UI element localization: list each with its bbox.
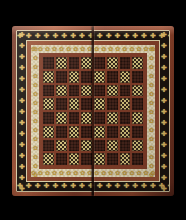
square-a8[interactable] bbox=[43, 57, 54, 69]
square-f7[interactable] bbox=[107, 71, 118, 83]
square-b5[interactable] bbox=[56, 98, 67, 110]
rosette_band-strip-right: ✿✿✿✿✿✿✿✿✿✿✿✿✿✿✿✿✿✿✿✿✿✿✿✿✿✿✿✿ bbox=[147, 45, 155, 177]
square-g2[interactable] bbox=[120, 140, 131, 152]
square-c7[interactable] bbox=[69, 71, 80, 83]
square-e8[interactable] bbox=[94, 57, 105, 69]
square-f5[interactable] bbox=[107, 98, 118, 110]
square-b6[interactable] bbox=[56, 85, 67, 97]
square-g5[interactable] bbox=[120, 98, 131, 110]
square-e5[interactable] bbox=[94, 98, 105, 110]
square-a5[interactable] bbox=[43, 98, 54, 110]
hinge-seam bbox=[92, 26, 94, 196]
square-h6[interactable] bbox=[132, 85, 143, 97]
square-c5[interactable] bbox=[69, 98, 80, 110]
square-a6[interactable] bbox=[43, 85, 54, 97]
square-e4[interactable] bbox=[94, 112, 105, 124]
square-g7[interactable] bbox=[120, 71, 131, 83]
square-b3[interactable] bbox=[56, 126, 67, 138]
square-e7[interactable] bbox=[94, 71, 105, 83]
square-h1[interactable] bbox=[132, 153, 143, 165]
square-a4[interactable] bbox=[43, 112, 54, 124]
square-b1[interactable] bbox=[56, 153, 67, 165]
square-b7[interactable] bbox=[56, 71, 67, 83]
square-d1[interactable] bbox=[81, 153, 92, 165]
square-d8[interactable] bbox=[81, 57, 92, 69]
square-a2[interactable] bbox=[43, 140, 54, 152]
square-f6[interactable] bbox=[107, 85, 118, 97]
square-d5[interactable] bbox=[81, 98, 92, 110]
cross_band-strip-right: ✚✚✚✚✚✚✚✚✚✚✚✚✚✚✚✚✚✚✚✚✚✚✚✚ bbox=[159, 31, 169, 191]
square-h3[interactable] bbox=[132, 126, 143, 138]
square-h2[interactable] bbox=[132, 140, 143, 152]
square-h5[interactable] bbox=[132, 98, 143, 110]
rosette_band-strip-left: ✿✿✿✿✿✿✿✿✿✿✿✿✿✿✿✿✿✿✿✿✿✿✿✿✿✿✿✿ bbox=[31, 45, 39, 177]
square-a7[interactable] bbox=[43, 71, 54, 83]
photo-background: ✿✿✿✿✿✿✿✿✿✿✿✿✿✿✿✿✿✿✿✿✿✿✿✿✿✿✿✿✿✿✿✿✿✿✿✿✿✿✿✿… bbox=[0, 0, 186, 220]
square-d3[interactable] bbox=[81, 126, 92, 138]
square-e1[interactable] bbox=[94, 153, 105, 165]
square-c1[interactable] bbox=[69, 153, 80, 165]
square-g8[interactable] bbox=[120, 57, 131, 69]
chess-board: ✿✿✿✿✿✿✿✿✿✿✿✿✿✿✿✿✿✿✿✿✿✿✿✿✿✿✿✿✿✿✿✿✿✿✿✿✿✿✿✿… bbox=[12, 26, 174, 196]
square-a1[interactable] bbox=[43, 153, 54, 165]
square-c6[interactable] bbox=[69, 85, 80, 97]
square-f8[interactable] bbox=[107, 57, 118, 69]
square-g1[interactable] bbox=[120, 153, 131, 165]
square-h7[interactable] bbox=[132, 71, 143, 83]
square-e3[interactable] bbox=[94, 126, 105, 138]
square-d2[interactable] bbox=[81, 140, 92, 152]
square-f2[interactable] bbox=[107, 140, 118, 152]
square-g4[interactable] bbox=[120, 112, 131, 124]
square-a3[interactable] bbox=[43, 126, 54, 138]
square-h8[interactable] bbox=[132, 57, 143, 69]
square-c2[interactable] bbox=[69, 140, 80, 152]
square-f4[interactable] bbox=[107, 112, 118, 124]
square-g6[interactable] bbox=[120, 85, 131, 97]
square-b4[interactable] bbox=[56, 112, 67, 124]
square-c4[interactable] bbox=[69, 112, 80, 124]
square-c8[interactable] bbox=[69, 57, 80, 69]
square-c3[interactable] bbox=[69, 126, 80, 138]
square-e6[interactable] bbox=[94, 85, 105, 97]
square-f3[interactable] bbox=[107, 126, 118, 138]
square-h4[interactable] bbox=[132, 112, 143, 124]
square-d7[interactable] bbox=[81, 71, 92, 83]
square-d6[interactable] bbox=[81, 85, 92, 97]
square-b8[interactable] bbox=[56, 57, 67, 69]
square-g3[interactable] bbox=[120, 126, 131, 138]
square-e2[interactable] bbox=[94, 140, 105, 152]
square-f1[interactable] bbox=[107, 153, 118, 165]
square-b2[interactable] bbox=[56, 140, 67, 152]
square-d4[interactable] bbox=[81, 112, 92, 124]
